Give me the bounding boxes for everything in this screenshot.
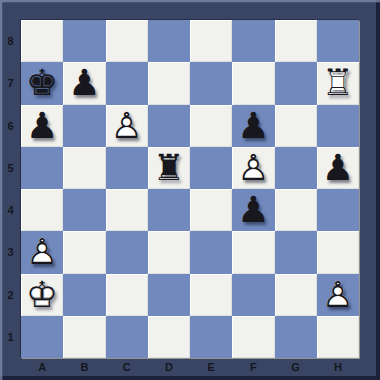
square-a7[interactable]: ♚ — [21, 62, 63, 104]
square-f6[interactable]: ♟ — [232, 105, 274, 147]
white-pawn: ♟♙ — [317, 274, 359, 316]
square-b1[interactable] — [63, 316, 105, 358]
black-pawn-glyph: ♟ — [63, 62, 105, 104]
square-d8[interactable] — [148, 20, 190, 62]
square-e3[interactable] — [190, 231, 232, 273]
black-pawn: ♟ — [63, 62, 105, 104]
square-a2[interactable]: ♚♔ — [21, 274, 63, 316]
square-h6[interactable] — [317, 105, 359, 147]
file-label-c: C — [106, 358, 148, 378]
white-pawn: ♟♙ — [232, 147, 274, 189]
square-g4[interactable] — [275, 189, 317, 231]
rank-label-3: 3 — [0, 231, 21, 273]
square-c3[interactable] — [106, 231, 148, 273]
square-g3[interactable] — [275, 231, 317, 273]
black-pawn-glyph: ♟ — [317, 147, 359, 189]
square-f1[interactable] — [232, 316, 274, 358]
square-f2[interactable] — [232, 274, 274, 316]
square-e8[interactable] — [190, 20, 232, 62]
square-e4[interactable] — [190, 189, 232, 231]
square-h3[interactable] — [317, 231, 359, 273]
square-e6[interactable] — [190, 105, 232, 147]
chess-board: ♚♟♜♖♟♟♙♟♜♟♙♟♟♟♙♚♔♟♙ — [21, 20, 359, 358]
square-b8[interactable] — [63, 20, 105, 62]
square-c8[interactable] — [106, 20, 148, 62]
square-g7[interactable] — [275, 62, 317, 104]
black-pawn: ♟ — [317, 147, 359, 189]
black-pawn-glyph: ♟ — [232, 189, 274, 231]
square-d2[interactable] — [148, 274, 190, 316]
file-label-f: F — [232, 358, 274, 378]
white-rook: ♜♖ — [317, 62, 359, 104]
square-g1[interactable] — [275, 316, 317, 358]
square-b7[interactable]: ♟ — [63, 62, 105, 104]
file-label-b: B — [63, 358, 105, 378]
square-e5[interactable] — [190, 147, 232, 189]
rank-label-2: 2 — [0, 274, 21, 316]
square-b3[interactable] — [63, 231, 105, 273]
square-h2[interactable]: ♟♙ — [317, 274, 359, 316]
white-king-outline-glyph: ♔ — [21, 274, 63, 316]
square-c7[interactable] — [106, 62, 148, 104]
square-c6[interactable]: ♟♙ — [106, 105, 148, 147]
black-rook-glyph: ♜ — [148, 147, 190, 189]
white-pawn: ♟♙ — [21, 231, 63, 273]
square-b2[interactable] — [63, 274, 105, 316]
black-pawn: ♟ — [232, 105, 274, 147]
square-h7[interactable]: ♜♖ — [317, 62, 359, 104]
square-c2[interactable] — [106, 274, 148, 316]
square-h8[interactable] — [317, 20, 359, 62]
file-label-h: H — [317, 358, 359, 378]
square-d1[interactable] — [148, 316, 190, 358]
square-d5[interactable]: ♜ — [148, 147, 190, 189]
white-pawn-outline-glyph: ♙ — [21, 231, 63, 273]
square-c1[interactable] — [106, 316, 148, 358]
square-d7[interactable] — [148, 62, 190, 104]
file-label-a: A — [21, 358, 63, 378]
board-frame: 87654321 ♚♟♜♖♟♟♙♟♜♟♙♟♟♟♙♚♔♟♙ ABCDEFGH — [0, 0, 380, 380]
rank-label-5: 5 — [0, 147, 21, 189]
square-e7[interactable] — [190, 62, 232, 104]
rank-label-1: 1 — [0, 316, 21, 358]
square-a5[interactable] — [21, 147, 63, 189]
square-b5[interactable] — [63, 147, 105, 189]
square-a3[interactable]: ♟♙ — [21, 231, 63, 273]
square-a1[interactable] — [21, 316, 63, 358]
white-rook-outline-glyph: ♖ — [317, 62, 359, 104]
square-h4[interactable] — [317, 189, 359, 231]
square-f4[interactable]: ♟ — [232, 189, 274, 231]
rank-label-7: 7 — [0, 62, 21, 104]
black-king-glyph: ♚ — [21, 62, 63, 104]
black-rook: ♜ — [148, 147, 190, 189]
square-e1[interactable] — [190, 316, 232, 358]
square-d4[interactable] — [148, 189, 190, 231]
black-pawn-glyph: ♟ — [232, 105, 274, 147]
square-g6[interactable] — [275, 105, 317, 147]
rank-label-6: 6 — [0, 105, 21, 147]
square-h5[interactable]: ♟ — [317, 147, 359, 189]
square-a8[interactable] — [21, 20, 63, 62]
white-pawn-outline-glyph: ♙ — [232, 147, 274, 189]
file-labels: ABCDEFGH — [21, 358, 359, 378]
square-a6[interactable]: ♟ — [21, 105, 63, 147]
file-label-d: D — [148, 358, 190, 378]
black-pawn: ♟ — [21, 105, 63, 147]
square-f5[interactable]: ♟♙ — [232, 147, 274, 189]
square-g5[interactable] — [275, 147, 317, 189]
file-label-g: G — [275, 358, 317, 378]
square-e2[interactable] — [190, 274, 232, 316]
square-f3[interactable] — [232, 231, 274, 273]
square-g2[interactable] — [275, 274, 317, 316]
square-b4[interactable] — [63, 189, 105, 231]
square-d6[interactable] — [148, 105, 190, 147]
square-g8[interactable] — [275, 20, 317, 62]
black-king: ♚ — [21, 62, 63, 104]
white-pawn-outline-glyph: ♙ — [317, 274, 359, 316]
white-king: ♚♔ — [21, 274, 63, 316]
black-pawn: ♟ — [232, 189, 274, 231]
white-pawn-outline-glyph: ♙ — [106, 105, 148, 147]
square-c4[interactable] — [106, 189, 148, 231]
square-h1[interactable] — [317, 316, 359, 358]
rank-label-8: 8 — [0, 20, 21, 62]
square-f7[interactable] — [232, 62, 274, 104]
square-a4[interactable] — [21, 189, 63, 231]
square-d3[interactable] — [148, 231, 190, 273]
white-pawn: ♟♙ — [106, 105, 148, 147]
square-f8[interactable] — [232, 20, 274, 62]
rank-label-4: 4 — [0, 189, 21, 231]
rank-labels: 87654321 — [0, 20, 21, 358]
square-b6[interactable] — [63, 105, 105, 147]
black-pawn-glyph: ♟ — [21, 105, 63, 147]
square-c5[interactable] — [106, 147, 148, 189]
file-label-e: E — [190, 358, 232, 378]
